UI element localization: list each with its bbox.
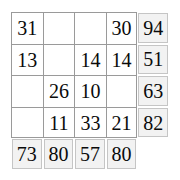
- row-sum-1: 94: [138, 13, 168, 43]
- cell-r1c4: 30: [106, 12, 138, 44]
- cell-r2c3: 14: [74, 44, 106, 76]
- col-sum-1: 73: [12, 139, 42, 169]
- cell-r3c3: 10: [74, 75, 106, 107]
- corner-empty-cell: [137, 138, 169, 170]
- puzzle-screen: 31 30 94 13 14 14 51 26 10 63 11 33 21 8…: [0, 0, 180, 180]
- row-sum-4: 82: [138, 108, 168, 138]
- cell-r1c1: 31: [11, 12, 43, 44]
- cell-r4c2: 11: [43, 107, 75, 139]
- cell-r1c2[interactable]: [43, 12, 75, 44]
- cell-r4c1[interactable]: [11, 107, 43, 139]
- cell-r4c3: 33: [74, 107, 106, 139]
- col-sum-4: 80: [107, 139, 137, 169]
- cell-r2c2[interactable]: [43, 44, 75, 76]
- cell-r3c2: 26: [43, 75, 75, 107]
- cell-r2c4: 14: [106, 44, 138, 76]
- col-sum-3: 57: [75, 139, 105, 169]
- row-sum-3: 63: [138, 76, 168, 106]
- col-sum-2: 80: [44, 139, 74, 169]
- sum-grid-board: 31 30 94 13 14 14 51 26 10 63 11 33 21 8…: [11, 12, 169, 170]
- row-sum-2: 51: [138, 45, 168, 75]
- cell-r3c1[interactable]: [11, 75, 43, 107]
- cell-r2c1: 13: [11, 44, 43, 76]
- cell-r1c3[interactable]: [74, 12, 106, 44]
- cell-r3c4[interactable]: [106, 75, 138, 107]
- cell-r4c4: 21: [106, 107, 138, 139]
